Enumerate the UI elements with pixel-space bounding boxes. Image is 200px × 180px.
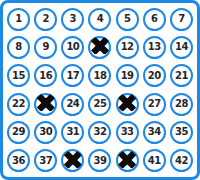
cell-25[interactable]: 25 xyxy=(86,90,113,118)
number-circle: 29 xyxy=(7,121,30,144)
number-label: 35 xyxy=(175,127,188,137)
cell-24[interactable]: 24 xyxy=(59,90,86,118)
cell-6[interactable]: 6 xyxy=(141,5,168,33)
number-label: 1 xyxy=(15,14,21,24)
cell-17[interactable]: 17 xyxy=(59,62,86,90)
number-circle: 41 xyxy=(143,149,166,172)
number-circle xyxy=(34,93,57,116)
number-circle: 4 xyxy=(88,8,111,31)
number-circle xyxy=(61,149,84,172)
number-label: 15 xyxy=(12,71,25,81)
cell-19[interactable]: 19 xyxy=(114,62,141,90)
number-label: 30 xyxy=(39,127,52,137)
number-label: 22 xyxy=(12,99,25,109)
number-label: 7 xyxy=(178,14,184,24)
number-circle: 34 xyxy=(143,121,166,144)
number-circle: 8 xyxy=(7,36,30,59)
number-circle: 39 xyxy=(88,149,111,172)
number-circle: 20 xyxy=(143,64,166,87)
number-circle: 9 xyxy=(34,36,57,59)
number-circle: 21 xyxy=(170,64,193,87)
number-label: 16 xyxy=(39,71,52,81)
cell-33[interactable]: 33 xyxy=(114,118,141,146)
cell-37[interactable]: 37 xyxy=(32,147,59,175)
number-label: 31 xyxy=(66,127,79,137)
number-circle: 6 xyxy=(143,8,166,31)
cell-23[interactable]: ✖ xyxy=(32,90,59,118)
number-circle: 5 xyxy=(116,8,139,31)
number-label: 24 xyxy=(66,99,79,109)
number-circle: 35 xyxy=(170,121,193,144)
cell-4[interactable]: 4 xyxy=(86,5,113,33)
number-circle: 37 xyxy=(34,149,57,172)
number-circle: 42 xyxy=(170,149,193,172)
cell-2[interactable]: 2 xyxy=(32,5,59,33)
cell-10[interactable]: 10 xyxy=(59,33,86,61)
cell-20[interactable]: 20 xyxy=(141,62,168,90)
number-label: 6 xyxy=(151,14,157,24)
number-label: 2 xyxy=(42,14,48,24)
number-label: 41 xyxy=(148,156,161,166)
number-label: 42 xyxy=(175,156,188,166)
number-label: 34 xyxy=(148,127,161,137)
number-label: 36 xyxy=(12,156,25,166)
cell-12[interactable]: 12 xyxy=(114,33,141,61)
number-circle: 32 xyxy=(88,121,111,144)
number-circle: 19 xyxy=(116,64,139,87)
cell-32[interactable]: 32 xyxy=(86,118,113,146)
number-circle xyxy=(116,93,139,116)
number-circle: 17 xyxy=(61,64,84,87)
number-label: 17 xyxy=(66,71,79,81)
number-circle: 28 xyxy=(170,93,193,116)
number-label: 5 xyxy=(124,14,130,24)
number-circle xyxy=(88,36,111,59)
number-circle: 16 xyxy=(34,64,57,87)
number-label: 21 xyxy=(175,71,188,81)
number-label: 39 xyxy=(94,156,107,166)
number-circle: 7 xyxy=(170,8,193,31)
cell-28[interactable]: 28 xyxy=(168,90,195,118)
number-circle: 30 xyxy=(34,121,57,144)
number-label: 12 xyxy=(121,42,134,52)
cell-14[interactable]: 14 xyxy=(168,33,195,61)
number-circle: 3 xyxy=(61,8,84,31)
cell-34[interactable]: 34 xyxy=(141,118,168,146)
cell-8[interactable]: 8 xyxy=(5,33,32,61)
number-circle: 14 xyxy=(170,36,193,59)
number-label: 33 xyxy=(121,127,134,137)
number-circle: 31 xyxy=(61,121,84,144)
number-label: 37 xyxy=(39,156,52,166)
cell-9[interactable]: 9 xyxy=(32,33,59,61)
number-circle: 2 xyxy=(34,8,57,31)
number-circle: 18 xyxy=(88,64,111,87)
cell-15[interactable]: 15 xyxy=(5,62,32,90)
number-label: 28 xyxy=(175,99,188,109)
cell-27[interactable]: 27 xyxy=(141,90,168,118)
number-label: 29 xyxy=(12,127,25,137)
cell-16[interactable]: 16 xyxy=(32,62,59,90)
cell-3[interactable]: 3 xyxy=(59,5,86,33)
number-board: 12345678910✖1213141516171819202122✖2425✖… xyxy=(0,0,200,180)
number-circle: 12 xyxy=(116,36,139,59)
number-circle: 15 xyxy=(7,64,30,87)
number-label: 25 xyxy=(94,99,107,109)
number-label: 10 xyxy=(66,42,79,52)
number-circle: 10 xyxy=(61,36,84,59)
cell-35[interactable]: 35 xyxy=(168,118,195,146)
number-label: 8 xyxy=(15,42,21,52)
cell-5[interactable]: 5 xyxy=(114,5,141,33)
number-circle: 33 xyxy=(116,121,139,144)
cell-21[interactable]: 21 xyxy=(168,62,195,90)
number-label: 9 xyxy=(42,42,48,52)
number-label: 3 xyxy=(70,14,76,24)
number-circle xyxy=(116,149,139,172)
number-grid: 12345678910✖1213141516171819202122✖2425✖… xyxy=(3,3,197,177)
number-label: 14 xyxy=(175,42,188,52)
cell-1[interactable]: 1 xyxy=(5,5,32,33)
number-circle: 1 xyxy=(7,8,30,31)
cell-36[interactable]: 36 xyxy=(5,147,32,175)
number-circle: 36 xyxy=(7,149,30,172)
number-circle: 24 xyxy=(61,93,84,116)
cell-40[interactable]: ✖ xyxy=(114,147,141,175)
cell-11[interactable]: ✖ xyxy=(86,33,113,61)
number-label: 32 xyxy=(94,127,107,137)
cell-41[interactable]: 41 xyxy=(141,147,168,175)
cell-13[interactable]: 13 xyxy=(141,33,168,61)
number-label: 18 xyxy=(94,71,107,81)
number-circle: 25 xyxy=(88,93,111,116)
number-circle: 13 xyxy=(143,36,166,59)
number-circle: 27 xyxy=(143,93,166,116)
number-label: 4 xyxy=(97,14,103,24)
cell-38[interactable]: ✖ xyxy=(59,147,86,175)
cell-7[interactable]: 7 xyxy=(168,5,195,33)
cell-22[interactable]: 22 xyxy=(5,90,32,118)
cell-29[interactable]: 29 xyxy=(5,118,32,146)
cell-31[interactable]: 31 xyxy=(59,118,86,146)
cell-26[interactable]: ✖ xyxy=(114,90,141,118)
number-label: 20 xyxy=(148,71,161,81)
cell-42[interactable]: 42 xyxy=(168,147,195,175)
cell-30[interactable]: 30 xyxy=(32,118,59,146)
number-label: 27 xyxy=(148,99,161,109)
number-label: 19 xyxy=(121,71,134,81)
cell-39[interactable]: 39 xyxy=(86,147,113,175)
cell-18[interactable]: 18 xyxy=(86,62,113,90)
number-circle: 22 xyxy=(7,93,30,116)
number-label: 13 xyxy=(148,42,161,52)
